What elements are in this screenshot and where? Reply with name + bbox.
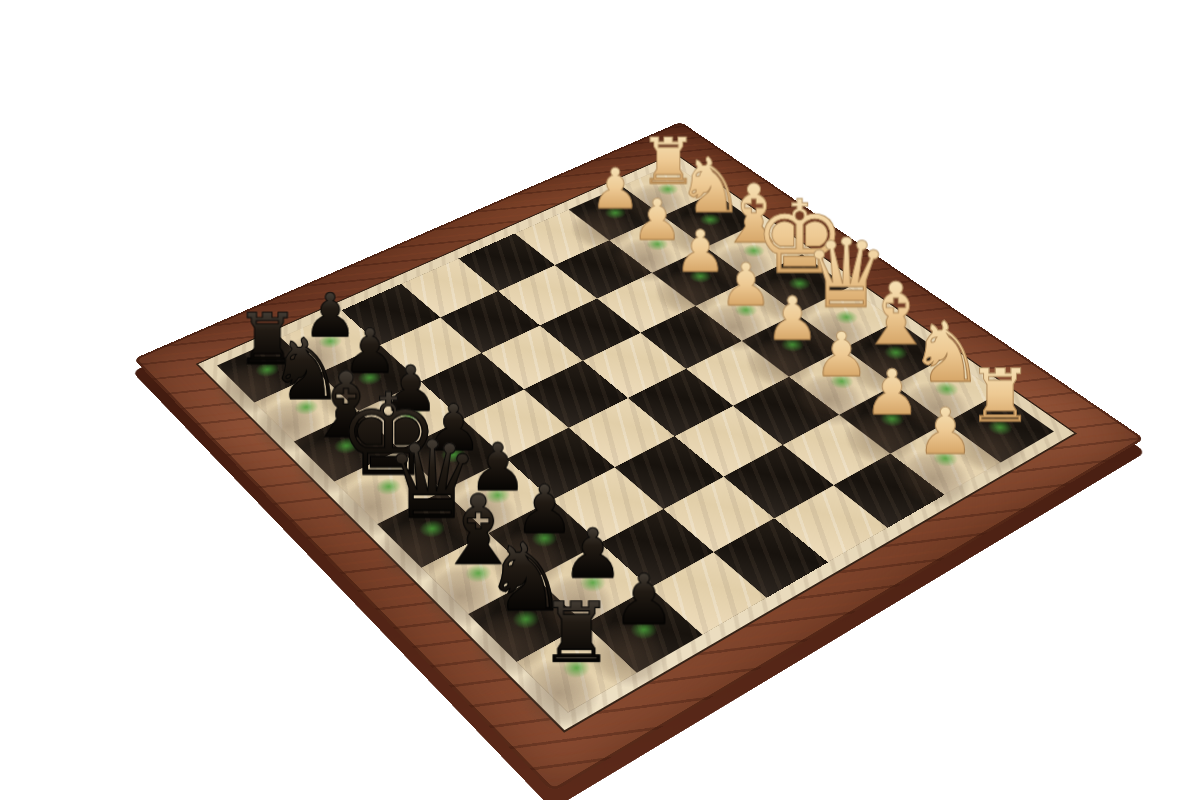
chess-board: ♜♞♝♛♚♝♞♜♟♟♟♟♟♟♟♟♟♟♟♟♟♟♟♟♜♞♝♛♚♝♞♜ (133, 122, 1144, 792)
black-rook-glyph: ♜ (491, 591, 663, 674)
board-grid: ♜♞♝♛♚♝♞♜♟♟♟♟♟♟♟♟♟♟♟♟♟♟♟♟♜♞♝♛♚♝♞♜ (217, 163, 1054, 712)
chess-set-photo: ♜♞♝♛♚♝♞♜♟♟♟♟♟♟♟♟♟♟♟♟♟♟♟♟♜♞♝♛♚♝♞♜ (0, 0, 1200, 800)
photo-background: { "game": "chess", "scene": { "descripti… (0, 0, 1200, 800)
white-pawn-glyph: ♟ (868, 399, 1023, 463)
